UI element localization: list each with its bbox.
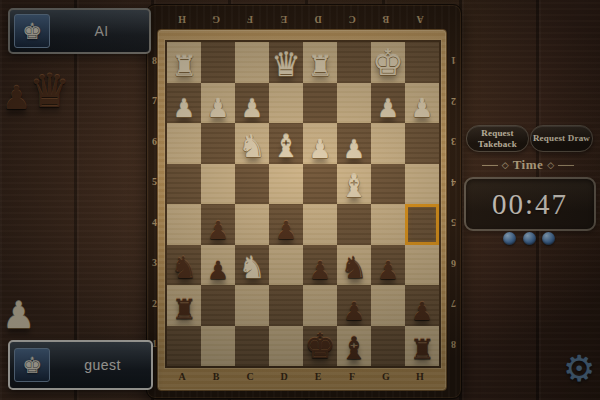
square-b7[interactable]: ♟ (201, 83, 235, 124)
chess-piece-icon: ♚ (22, 19, 42, 44)
white-pawn-captured: ♟ (2, 297, 35, 334)
blue-dot-1 (503, 232, 516, 245)
black-pawn-e3: ♟ (309, 258, 331, 283)
white-pawn-a7: ♟ (173, 96, 195, 121)
square-b2[interactable] (201, 285, 235, 326)
square-g8[interactable]: ♚ (371, 42, 405, 83)
ornament-line-right (558, 165, 574, 166)
black-knight-a3: ♞ (171, 253, 198, 283)
white-pawn-e6: ♟ (309, 137, 331, 162)
square-a8[interactable]: ♜ (167, 42, 201, 83)
black-rook-h1: ♜ (409, 336, 434, 364)
rank-label-right-5: 5 (446, 202, 461, 243)
white-pawn-f6: ♟ (343, 137, 365, 162)
request-draw-label: Request Draw (533, 133, 590, 143)
square-f7[interactable] (337, 83, 371, 124)
file-labels-top: HGFEDCBA (165, 10, 437, 30)
white-pawn-c7: ♟ (241, 96, 263, 121)
square-c1[interactable] (235, 326, 269, 367)
square-h8[interactable] (405, 42, 439, 83)
square-c7[interactable]: ♟ (235, 83, 269, 124)
black-knight-f3: ♞ (341, 253, 368, 283)
square-h2[interactable]: ♟ (405, 285, 439, 326)
black-pawn-h2: ♟ (411, 299, 433, 324)
white-pawn-h7: ♟ (411, 96, 433, 121)
square-f1[interactable]: ♝ (337, 326, 371, 367)
time-header: ◇ Time ◇ (458, 157, 598, 173)
file-label-top-g: G (199, 10, 233, 30)
file-label-top-f: F (233, 10, 267, 30)
rank-label-right-2: 2 (446, 81, 461, 122)
player-badge-guest: ♚ guest (8, 340, 153, 390)
rank-labels-right: 12345678 (446, 40, 461, 364)
black-pawn-b4: ♟ (207, 218, 229, 243)
square-g6[interactable] (371, 123, 405, 164)
square-h1[interactable]: ♜ (405, 326, 439, 367)
request-takeback-line2: Takeback (478, 139, 517, 149)
square-g5[interactable] (371, 164, 405, 205)
captured-white-pieces-tray: ♟ (2, 286, 42, 334)
timer-value: 00:47 (492, 188, 568, 221)
square-h7[interactable]: ♟ (405, 83, 439, 124)
file-label-top-d: D (301, 10, 335, 30)
black-pawn-g3: ♟ (377, 258, 399, 283)
square-c2[interactable] (235, 285, 269, 326)
status-dots (503, 231, 555, 245)
black-pawn-captured: ♟ (2, 82, 31, 114)
diamond-ornament-left: ◇ (502, 161, 509, 170)
request-draw-button[interactable]: Request Draw (530, 125, 593, 152)
square-f5[interactable]: ♝ (337, 164, 371, 205)
square-b8[interactable] (201, 42, 235, 83)
request-takeback-line1: Request (481, 128, 513, 138)
file-label-top-b: B (369, 10, 403, 30)
square-a6[interactable] (167, 123, 201, 164)
square-b6[interactable] (201, 123, 235, 164)
square-h6[interactable] (405, 123, 439, 164)
square-f2[interactable]: ♟ (337, 285, 371, 326)
square-e2[interactable] (303, 285, 337, 326)
black-king-e1: ♚ (304, 329, 335, 364)
captured-black-pieces-tray: ♟♛ (2, 56, 70, 114)
timer-display: 00:47 (464, 177, 596, 231)
square-d1[interactable] (269, 326, 303, 367)
blue-dot-2 (523, 232, 536, 245)
square-f3[interactable]: ♞ (337, 245, 371, 286)
square-b1[interactable] (201, 326, 235, 367)
rank-label-right-6: 6 (446, 243, 461, 284)
square-c5[interactable] (235, 164, 269, 205)
rank-label-right-7: 7 (446, 283, 461, 324)
square-d8[interactable]: ♛ (269, 42, 303, 83)
black-bishop-f1: ♝ (340, 333, 368, 364)
square-c4[interactable] (235, 204, 269, 245)
file-label-top-e: E (267, 10, 301, 30)
white-bishop-d6: ♝ (272, 131, 300, 162)
rank-label-right-3: 3 (446, 121, 461, 162)
white-bishop-f5: ♝ (340, 171, 368, 202)
square-d5[interactable] (269, 164, 303, 205)
square-e4[interactable] (303, 204, 337, 245)
rank-label-right-1: 1 (446, 40, 461, 81)
square-f6[interactable]: ♟ (337, 123, 371, 164)
square-b4[interactable]: ♟ (201, 204, 235, 245)
black-queen-captured: ♛ (29, 68, 70, 114)
chess-piece-icon: ♚ (22, 353, 42, 378)
chess-board: HGFEDCBA ABCDEFGH 87654321 12345678 ♜♛♜♚… (146, 4, 462, 399)
white-king-g8: ♚ (372, 46, 403, 81)
square-g4[interactable] (371, 204, 405, 245)
square-e5[interactable] (303, 164, 337, 205)
square-b5[interactable] (201, 164, 235, 205)
square-d7[interactable] (269, 83, 303, 124)
square-a7[interactable]: ♟ (167, 83, 201, 124)
white-knight-c3: ♞ (239, 253, 266, 283)
square-h4[interactable] (405, 204, 439, 245)
square-a1[interactable] (167, 326, 201, 367)
rank-label-right-8: 8 (446, 324, 461, 365)
square-e8[interactable]: ♜ (303, 42, 337, 83)
diamond-ornament-right: ◇ (547, 161, 554, 170)
square-d2[interactable] (269, 285, 303, 326)
white-queen-d8: ♛ (271, 48, 301, 81)
square-e6[interactable]: ♟ (303, 123, 337, 164)
guest-avatar: ♚ (14, 348, 50, 382)
square-d3[interactable] (269, 245, 303, 286)
ai-player-name: AI (54, 23, 149, 39)
ai-avatar: ♚ (14, 14, 50, 48)
square-g2[interactable] (371, 285, 405, 326)
black-pawn-f2: ♟ (343, 299, 365, 324)
time-label: Time (513, 157, 544, 173)
square-h5[interactable] (405, 164, 439, 205)
request-takeback-button[interactable]: Request Takeback (466, 125, 529, 152)
square-e3[interactable]: ♟ (303, 245, 337, 286)
square-e1[interactable]: ♚ (303, 326, 337, 367)
square-c3[interactable]: ♞ (235, 245, 269, 286)
black-pawn-b3: ♟ (207, 258, 229, 283)
white-knight-c6: ♞ (239, 132, 266, 162)
square-g3[interactable]: ♟ (371, 245, 405, 286)
white-rook-e8: ♜ (307, 53, 332, 81)
player-badge-ai: ♚ AI (8, 8, 151, 54)
square-g7[interactable]: ♟ (371, 83, 405, 124)
black-rook-a2: ♜ (171, 296, 196, 324)
white-pawn-g7: ♟ (377, 96, 399, 121)
square-a4[interactable] (167, 204, 201, 245)
square-d6[interactable]: ♝ (269, 123, 303, 164)
square-e7[interactable] (303, 83, 337, 124)
white-rook-a8: ♜ (171, 53, 196, 81)
guest-player-name: guest (54, 357, 151, 373)
blue-dot-3 (542, 232, 555, 245)
square-c8[interactable] (235, 42, 269, 83)
square-b3[interactable]: ♟ (201, 245, 235, 286)
square-f4[interactable] (337, 204, 371, 245)
white-pawn-b7: ♟ (207, 96, 229, 121)
file-label-top-a: A (403, 10, 437, 30)
square-a2[interactable]: ♜ (167, 285, 201, 326)
square-a5[interactable] (167, 164, 201, 205)
square-c6[interactable]: ♞ (235, 123, 269, 164)
settings-gear-icon[interactable]: ⚙ (563, 351, 595, 387)
ornament-line-left (482, 165, 498, 166)
square-f8[interactable] (337, 42, 371, 83)
file-label-top-c: C (335, 10, 369, 30)
black-pawn-d4: ♟ (275, 218, 297, 243)
square-g1[interactable] (371, 326, 405, 367)
square-h3[interactable] (405, 245, 439, 286)
square-a3[interactable]: ♞ (167, 245, 201, 286)
file-label-top-h: H (165, 10, 199, 30)
board-grid: ♜♛♜♚♟♟♟♟♟♞♝♟♟♝♟♟♞♟♞♟♞♟♜♟♟♚♝♜ (165, 40, 441, 368)
square-d4[interactable]: ♟ (269, 204, 303, 245)
